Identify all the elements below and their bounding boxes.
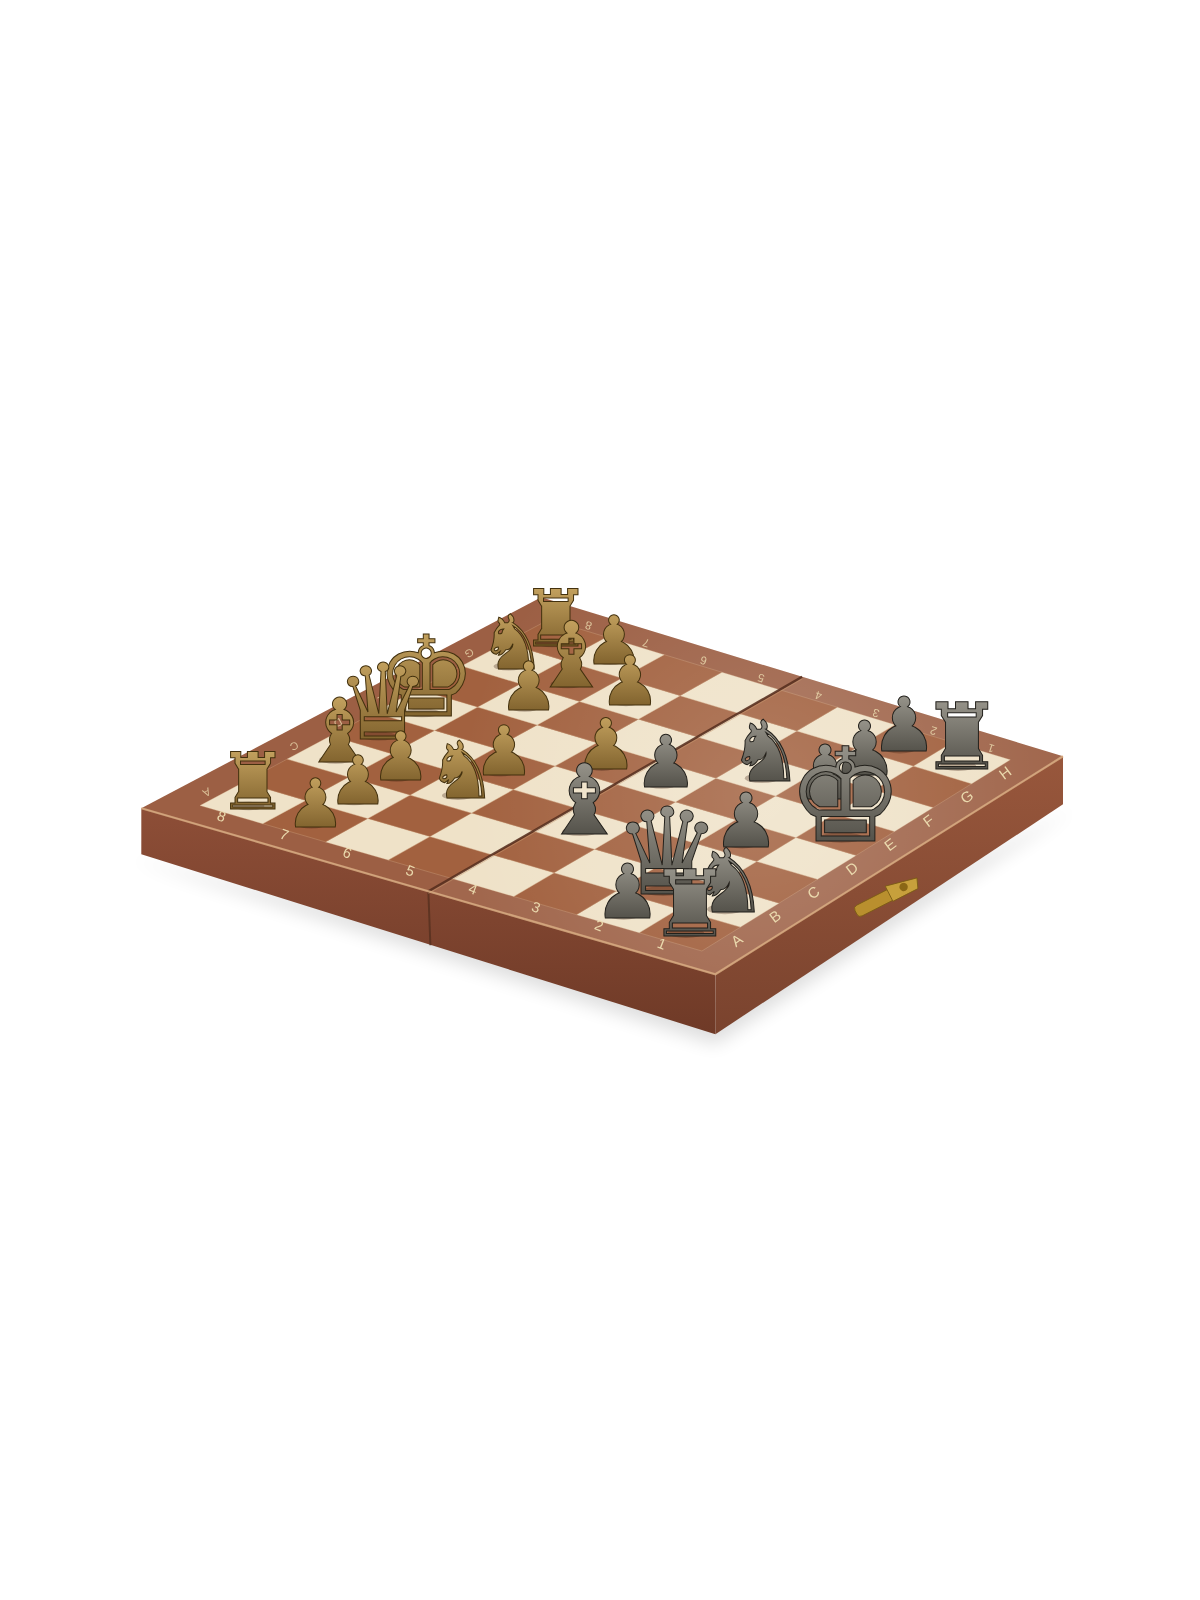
chess-piece-black-knight-c6[interactable]: ♞ <box>426 724 497 817</box>
chess-set-photo: 1122334455667788AABBCCDDEEFFGGHH♜♟♞♝♟♟♚♛… <box>0 0 1200 1600</box>
chess-piece-white-rook-a1[interactable]: ♜ <box>649 850 732 958</box>
chess-piece-black-pawn-a7[interactable]: ♟ <box>285 764 345 843</box>
chess-piece-white-king-e1[interactable]: ♚ <box>787 720 904 872</box>
chess-piece-white-rook-h1[interactable]: ♜ <box>921 683 1004 791</box>
product-photo-canvas: 1122334455667788AABBCCDDEEFFGGHH♜♟♞♝♟♟♚♛… <box>0 0 1200 1600</box>
chess-piece-black-rook-a8[interactable]: ♜ <box>218 736 289 828</box>
